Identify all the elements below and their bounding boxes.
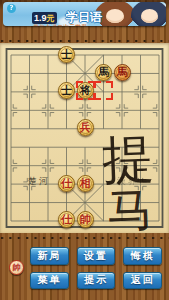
piece-black-士[interactable]: 士 [58,46,75,63]
xiangqi-app-screen: ? 1.9元 学日语 带你走进二次元世界 楚河 漢界 士馬馬士将兵仕相仕帥 提马… [0,0,169,300]
xiangqi-board[interactable]: 楚河 漢界 士馬馬士将兵仕相仕帥 提马 [0,43,169,233]
river-label-left: 楚河 [28,176,50,186]
menu-button[interactable]: 返回 [123,272,162,290]
last-move-marker [94,81,113,100]
menu-button-grid: 新局设置悔棋菜单提示返回 [30,247,162,289]
ad-price: 1.9元 [32,12,57,24]
ad-subline: 带你走进二次元世界 [33,24,87,26]
last-move-marker [76,81,95,100]
ad-help-icon[interactable]: ? [7,4,16,13]
menu-button[interactable]: 提示 [77,272,116,290]
piece-red-帥[interactable]: 帥 [77,211,94,228]
menu-button[interactable]: 设置 [77,247,116,265]
turn-indicator: 帥 [9,260,24,275]
board-grid [0,43,169,233]
piece-black-馬[interactable]: 馬 [95,64,112,81]
ad-headline: 学日语 [66,10,102,24]
menu-button[interactable]: 新局 [30,247,69,265]
piece-red-仕[interactable]: 仕 [58,175,75,192]
ad-banner[interactable]: ? 1.9元 学日语 带你走进二次元世界 [3,2,166,26]
river-label-right: 漢界 [117,176,139,186]
menu-button[interactable]: 菜单 [30,272,69,290]
nail-studs-bottom [0,236,169,240]
ad-price-unit: 元 [47,14,55,23]
menu-button[interactable]: 悔棋 [123,247,162,265]
ad-price-value: 1.9 [34,13,47,23]
piece-red-兵[interactable]: 兵 [77,119,94,136]
anime-boy-image [131,2,166,26]
piece-red-馬[interactable]: 馬 [114,64,131,81]
piece-red-相[interactable]: 相 [77,175,94,192]
